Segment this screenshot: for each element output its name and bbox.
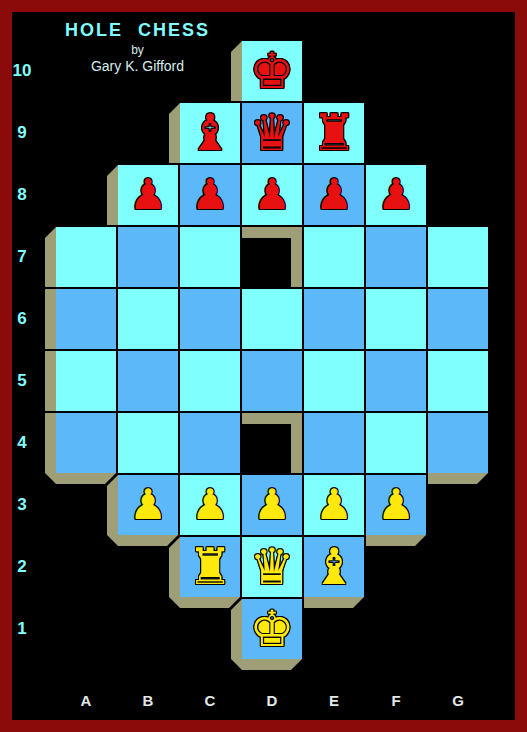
square-G4[interactable] [427,412,489,474]
red-pawn[interactable]: ♟ [315,174,353,216]
board-edge-bevel-bottom [56,473,116,484]
square-F6[interactable] [365,288,427,350]
rank-label-2: 2 [4,536,40,598]
square-G7[interactable] [427,226,489,288]
yellow-king[interactable]: ♚ [250,604,295,654]
yellow-pawn[interactable]: ♟ [315,484,353,526]
file-label-A: A [55,690,117,710]
square-G6[interactable] [427,288,489,350]
square-F5[interactable] [365,350,427,412]
square-A6[interactable] [55,288,117,350]
board-edge-bevel-bottom [366,535,426,546]
board-edge-bevel-bottom [428,473,488,484]
file-label-B: B [117,690,179,710]
rank-label-5: 5 [4,350,40,412]
red-pawn[interactable]: ♟ [377,174,415,216]
red-rook[interactable]: ♜ [312,108,357,158]
board-edge-bevel-corner [169,597,180,608]
square-E7[interactable] [303,226,365,288]
rank-label-10: 10 [4,40,40,102]
square-D10[interactable]: ♚ [241,40,303,102]
board-edge-bevel-corner [107,535,118,546]
square-A4[interactable] [55,412,117,474]
square-D1[interactable]: ♚ [241,598,303,660]
square-E4[interactable] [303,412,365,474]
square-C9[interactable]: ♝ [179,102,241,164]
rank-label-9: 9 [4,102,40,164]
file-label-C: C [179,690,241,710]
red-king[interactable]: ♚ [250,46,295,96]
square-D2[interactable]: ♛ [241,536,303,598]
hole-D7 [241,226,303,288]
board-edge-bevel-left [231,599,242,659]
square-B6[interactable] [117,288,179,350]
hole-bevel-right [291,413,302,473]
yellow-pawn[interactable]: ♟ [191,484,229,526]
board-edge-bevel-corner [231,659,242,670]
square-B8[interactable]: ♟ [117,164,179,226]
rank-label-3: 3 [4,474,40,536]
rank-label-8: 8 [4,164,40,226]
square-B5[interactable] [117,350,179,412]
square-D3[interactable]: ♟ [241,474,303,536]
square-E8[interactable]: ♟ [303,164,365,226]
square-D6[interactable] [241,288,303,350]
board-edge-bevel-left [45,227,56,287]
yellow-pawn[interactable]: ♟ [377,484,415,526]
yellow-bishop[interactable]: ♝ [312,542,357,592]
board-edge-bevel-bottom [180,597,240,608]
rank-label-7: 7 [4,226,40,288]
board-edge-bevel-left [107,475,118,535]
board-edge-bevel-left [231,41,242,101]
square-C5[interactable] [179,350,241,412]
square-F8[interactable]: ♟ [365,164,427,226]
square-C6[interactable] [179,288,241,350]
file-label-G: G [427,690,489,710]
rank-label-6: 6 [4,288,40,350]
square-C7[interactable] [179,226,241,288]
square-B7[interactable] [117,226,179,288]
square-C2[interactable]: ♜ [179,536,241,598]
square-C3[interactable]: ♟ [179,474,241,536]
square-F4[interactable] [365,412,427,474]
square-B4[interactable] [117,412,179,474]
red-pawn[interactable]: ♟ [129,174,167,216]
rank-label-1: 1 [4,598,40,660]
board-edge-bevel-left [169,103,180,163]
board-edge-bevel-corner [45,473,56,484]
board-edge-bevel-left [45,413,56,473]
game-title: HOLE CHESS [40,20,235,41]
square-E2[interactable]: ♝ [303,536,365,598]
red-pawn[interactable]: ♟ [191,174,229,216]
square-D8[interactable]: ♟ [241,164,303,226]
square-E6[interactable] [303,288,365,350]
hole-D4 [241,412,303,474]
red-bishop[interactable]: ♝ [188,108,233,158]
square-D9[interactable]: ♛ [241,102,303,164]
red-pawn[interactable]: ♟ [253,174,291,216]
square-C8[interactable]: ♟ [179,164,241,226]
red-queen[interactable]: ♛ [250,108,295,158]
board-edge-bevel-bottom [242,659,302,670]
yellow-pawn[interactable]: ♟ [253,484,291,526]
square-A5[interactable] [55,350,117,412]
file-label-F: F [365,690,427,710]
square-D5[interactable] [241,350,303,412]
square-E5[interactable] [303,350,365,412]
square-A7[interactable] [55,226,117,288]
board-edge-bevel-bottom [304,597,364,608]
square-G5[interactable] [427,350,489,412]
board-edge-bevel-left [169,537,180,597]
square-F7[interactable] [365,226,427,288]
square-E3[interactable]: ♟ [303,474,365,536]
file-label-E: E [303,690,365,710]
board-edge-bevel-left [45,289,56,349]
square-B3[interactable]: ♟ [117,474,179,536]
board: ♚♝♛♜♟♟♟♟♟♟♟♟♟♟♜♛♝♚ [55,40,489,660]
board-edge-bevel-left [107,165,118,225]
square-F3[interactable]: ♟ [365,474,427,536]
hole-chess-diagram: HOLE CHESS by Gary K. Gifford 1098765432… [0,0,527,732]
yellow-pawn[interactable]: ♟ [129,484,167,526]
yellow-rook[interactable]: ♜ [188,542,233,592]
board-edge-bevel-bottom [118,535,178,546]
file-label-D: D [241,690,303,710]
square-C4[interactable] [179,412,241,474]
rank-label-4: 4 [4,412,40,474]
hole-bevel-right [291,227,302,287]
square-E9[interactable]: ♜ [303,102,365,164]
yellow-queen[interactable]: ♛ [250,542,295,592]
board-edge-bevel-left [45,351,56,411]
